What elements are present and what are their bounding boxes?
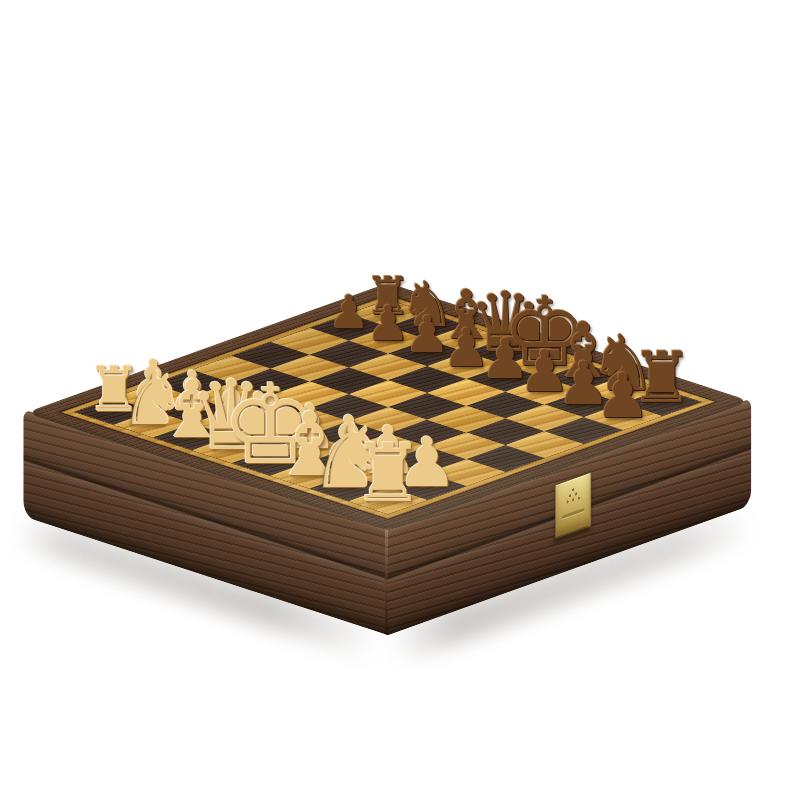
chess-box-product-photo: ♜♞♝♛♚♝♞♜♟♟♟♟♟♟♟♟♟♟♟♟♟♟♟♟♜♞♝♛♚♝♞♜ [0,0,800,800]
clasp-logo-dots-icon [565,485,582,506]
box-corner-edge [385,529,388,635]
clasp-engraving [562,508,584,519]
